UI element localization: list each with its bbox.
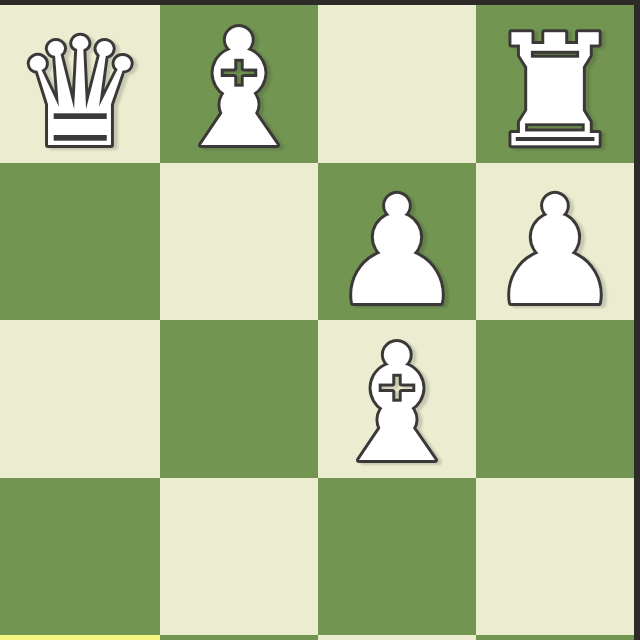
svg-text:♝: ♝ (325, 320, 470, 478)
square-a3[interactable] (476, 320, 634, 478)
square-c4[interactable] (160, 478, 318, 636)
svg-text:♟: ♟ (330, 163, 464, 320)
square-d2[interactable] (0, 163, 160, 321)
next-rank-sliver (0, 635, 634, 640)
square-b3[interactable]: ♝ (318, 320, 476, 478)
white-pawn[interactable]: ♟ (476, 163, 634, 321)
svg-text:♛: ♛ (13, 6, 147, 163)
square-a2[interactable]: ♟ (476, 163, 634, 321)
square-b5 (318, 635, 476, 640)
square-d1[interactable]: ♛ (0, 5, 160, 163)
white-pawn[interactable]: ♟ (318, 163, 476, 321)
square-d3[interactable] (0, 320, 160, 478)
white-queen[interactable]: ♛ (0, 5, 160, 163)
svg-text:♜: ♜ (486, 5, 625, 163)
square-c2[interactable] (160, 163, 318, 321)
square-c5 (160, 635, 318, 640)
square-c3[interactable] (160, 320, 318, 478)
white-bishop[interactable]: ♝ (160, 5, 318, 163)
page-background: ♛♝♜♟♟♝ (0, 0, 640, 640)
square-b4[interactable] (318, 478, 476, 636)
square-b1[interactable] (318, 5, 476, 163)
white-rook[interactable]: ♜ (476, 5, 634, 163)
svg-text:♝: ♝ (167, 5, 312, 163)
square-d4[interactable] (0, 478, 160, 636)
square-c1[interactable]: ♝ (160, 5, 318, 163)
square-d5 (0, 635, 160, 640)
white-bishop[interactable]: ♝ (318, 320, 476, 478)
square-a4[interactable] (476, 478, 634, 636)
square-a5 (476, 635, 634, 640)
chess-board: ♛♝♜♟♟♝ (0, 5, 634, 635)
svg-text:♟: ♟ (488, 163, 622, 320)
square-b2[interactable]: ♟ (318, 163, 476, 321)
square-a1[interactable]: ♜ (476, 5, 634, 163)
